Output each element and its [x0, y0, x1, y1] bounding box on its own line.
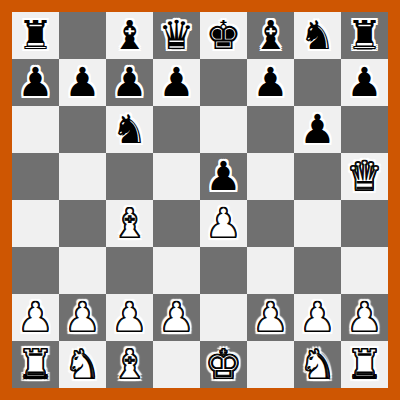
square-a5[interactable]	[12, 153, 59, 200]
black-pawn[interactable]: ♟	[300, 106, 336, 153]
square-g7[interactable]	[294, 59, 341, 106]
square-c7[interactable]: ♟	[106, 59, 153, 106]
black-king[interactable]: ♚	[206, 12, 242, 59]
square-g3[interactable]	[294, 247, 341, 294]
white-pawn[interactable]: ♟	[206, 200, 242, 247]
square-f2[interactable]: ♟	[247, 294, 294, 341]
square-e8[interactable]: ♚	[200, 12, 247, 59]
square-e7[interactable]	[200, 59, 247, 106]
black-pawn[interactable]: ♟	[112, 59, 148, 106]
square-d5[interactable]	[153, 153, 200, 200]
square-f1[interactable]	[247, 341, 294, 388]
square-c8[interactable]: ♝	[106, 12, 153, 59]
square-a3[interactable]	[12, 247, 59, 294]
square-g8[interactable]: ♞	[294, 12, 341, 59]
white-pawn[interactable]: ♟	[159, 294, 195, 341]
square-g1[interactable]: ♞	[294, 341, 341, 388]
square-a8[interactable]: ♜	[12, 12, 59, 59]
square-f3[interactable]	[247, 247, 294, 294]
black-knight[interactable]: ♞	[300, 12, 336, 59]
square-d3[interactable]	[153, 247, 200, 294]
square-c2[interactable]: ♟	[106, 294, 153, 341]
square-c5[interactable]	[106, 153, 153, 200]
white-king[interactable]: ♚	[206, 341, 242, 388]
square-f6[interactable]	[247, 106, 294, 153]
black-bishop[interactable]: ♝	[253, 12, 289, 59]
square-d2[interactable]: ♟	[153, 294, 200, 341]
square-h6[interactable]	[341, 106, 388, 153]
square-b1[interactable]: ♞	[59, 341, 106, 388]
square-h5[interactable]: ♛	[341, 153, 388, 200]
square-f8[interactable]: ♝	[247, 12, 294, 59]
chess-board: ♜♝♛♚♝♞♜♟♟♟♟♟♟♞♟♟♛♝♟♟♟♟♟♟♟♟♜♞♝♚♞♜	[12, 12, 388, 388]
black-bishop[interactable]: ♝	[112, 12, 148, 59]
black-knight[interactable]: ♞	[112, 106, 148, 153]
black-pawn[interactable]: ♟	[159, 59, 195, 106]
square-h1[interactable]: ♜	[341, 341, 388, 388]
square-h4[interactable]	[341, 200, 388, 247]
board-frame: ♜♝♛♚♝♞♜♟♟♟♟♟♟♞♟♟♛♝♟♟♟♟♟♟♟♟♜♞♝♚♞♜	[0, 0, 400, 400]
square-b3[interactable]	[59, 247, 106, 294]
square-f4[interactable]	[247, 200, 294, 247]
white-bishop[interactable]: ♝	[112, 200, 148, 247]
black-pawn[interactable]: ♟	[18, 59, 54, 106]
black-rook[interactable]: ♜	[18, 12, 54, 59]
square-h7[interactable]: ♟	[341, 59, 388, 106]
white-pawn[interactable]: ♟	[253, 294, 289, 341]
square-e4[interactable]: ♟	[200, 200, 247, 247]
black-pawn[interactable]: ♟	[65, 59, 101, 106]
white-pawn[interactable]: ♟	[112, 294, 148, 341]
white-pawn[interactable]: ♟	[347, 294, 383, 341]
square-a6[interactable]	[12, 106, 59, 153]
square-b4[interactable]	[59, 200, 106, 247]
square-g4[interactable]	[294, 200, 341, 247]
square-a7[interactable]: ♟	[12, 59, 59, 106]
black-rook[interactable]: ♜	[347, 12, 383, 59]
white-bishop[interactable]: ♝	[112, 341, 148, 388]
black-pawn[interactable]: ♟	[253, 59, 289, 106]
square-e2[interactable]	[200, 294, 247, 341]
square-f7[interactable]: ♟	[247, 59, 294, 106]
square-c3[interactable]	[106, 247, 153, 294]
square-a2[interactable]: ♟	[12, 294, 59, 341]
white-rook[interactable]: ♜	[18, 341, 54, 388]
square-d1[interactable]	[153, 341, 200, 388]
white-pawn[interactable]: ♟	[65, 294, 101, 341]
black-pawn[interactable]: ♟	[347, 59, 383, 106]
square-b6[interactable]	[59, 106, 106, 153]
square-f5[interactable]	[247, 153, 294, 200]
square-h8[interactable]: ♜	[341, 12, 388, 59]
white-pawn[interactable]: ♟	[18, 294, 54, 341]
square-e6[interactable]	[200, 106, 247, 153]
square-c4[interactable]: ♝	[106, 200, 153, 247]
square-h2[interactable]: ♟	[341, 294, 388, 341]
white-rook[interactable]: ♜	[347, 341, 383, 388]
square-g5[interactable]	[294, 153, 341, 200]
square-e5[interactable]: ♟	[200, 153, 247, 200]
white-pawn[interactable]: ♟	[300, 294, 336, 341]
white-knight[interactable]: ♞	[65, 341, 101, 388]
square-d8[interactable]: ♛	[153, 12, 200, 59]
white-knight[interactable]: ♞	[300, 341, 336, 388]
square-d4[interactable]	[153, 200, 200, 247]
square-d7[interactable]: ♟	[153, 59, 200, 106]
black-pawn[interactable]: ♟	[206, 153, 242, 200]
square-d6[interactable]	[153, 106, 200, 153]
square-c6[interactable]: ♞	[106, 106, 153, 153]
square-e3[interactable]	[200, 247, 247, 294]
black-queen[interactable]: ♛	[159, 12, 195, 59]
square-c1[interactable]: ♝	[106, 341, 153, 388]
square-a4[interactable]	[12, 200, 59, 247]
square-b7[interactable]: ♟	[59, 59, 106, 106]
square-a1[interactable]: ♜	[12, 341, 59, 388]
square-e1[interactable]: ♚	[200, 341, 247, 388]
square-g6[interactable]: ♟	[294, 106, 341, 153]
white-queen[interactable]: ♛	[347, 153, 383, 200]
square-h3[interactable]	[341, 247, 388, 294]
square-b8[interactable]	[59, 12, 106, 59]
square-g2[interactable]: ♟	[294, 294, 341, 341]
square-b5[interactable]	[59, 153, 106, 200]
square-b2[interactable]: ♟	[59, 294, 106, 341]
